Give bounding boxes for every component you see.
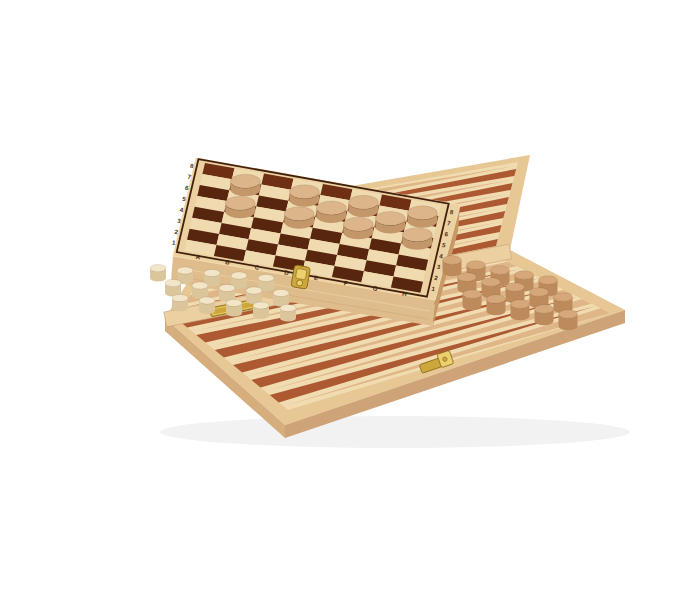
- checker-disc-e6: [316, 201, 346, 223]
- checker-disc-g6: [375, 212, 405, 234]
- checker-disc-f5: [343, 217, 373, 239]
- cream-backgammon-checker: [273, 289, 289, 306]
- cream-backgammon-checker: [253, 302, 269, 319]
- cream-backgammon-checker: [199, 297, 215, 314]
- checker-disc-b7: [230, 174, 260, 196]
- cream-backgammon-checker: [226, 299, 242, 316]
- tan-backgammon-checker: [511, 300, 530, 321]
- cream-backgammon-checker: [219, 284, 235, 301]
- tan-backgammon-checker: [463, 290, 482, 311]
- checker-disc-h5: [402, 228, 432, 250]
- checker-disc-b5: [225, 196, 255, 218]
- product-photo: ABCDEFGH1234567812345678: [0, 0, 700, 600]
- checker-disc-d5: [284, 207, 314, 229]
- checker-disc-d7: [289, 185, 319, 207]
- cream-backgammon-checker: [150, 264, 166, 281]
- tan-backgammon-checker: [559, 310, 578, 331]
- cream-backgammon-checker: [192, 282, 208, 299]
- cream-backgammon-checker: [165, 279, 181, 296]
- tan-backgammon-checker: [535, 305, 554, 326]
- brass-box-clasp: [291, 265, 311, 289]
- game-set-scene: ABCDEFGH1234567812345678: [0, 0, 700, 600]
- cream-backgammon-checker: [172, 294, 188, 311]
- tan-backgammon-checker: [487, 295, 506, 316]
- checker-disc-h7: [407, 206, 437, 228]
- tan-backgammon-checker: [443, 256, 462, 277]
- cream-backgammon-checker: [246, 287, 262, 304]
- cream-backgammon-checker: [280, 304, 296, 321]
- checker-disc-f7: [348, 195, 378, 217]
